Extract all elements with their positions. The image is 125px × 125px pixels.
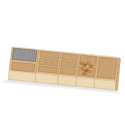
compartment-m3-front-slot xyxy=(60,68,76,75)
compartment-m2-small-2 xyxy=(46,59,53,66)
compartment-m5-long-well xyxy=(97,57,117,79)
module-2 xyxy=(38,51,59,73)
compartment-m2-small-3 xyxy=(53,60,59,67)
compartment-m3-small-2 xyxy=(69,61,77,68)
tray-board-photo xyxy=(0,0,125,125)
compartment-m3-back-slot xyxy=(62,53,78,60)
product-photo xyxy=(0,0,125,125)
compartment-m3-small-1 xyxy=(61,60,69,67)
compartment-m2-small-1 xyxy=(39,58,46,65)
module-5 xyxy=(97,57,117,79)
